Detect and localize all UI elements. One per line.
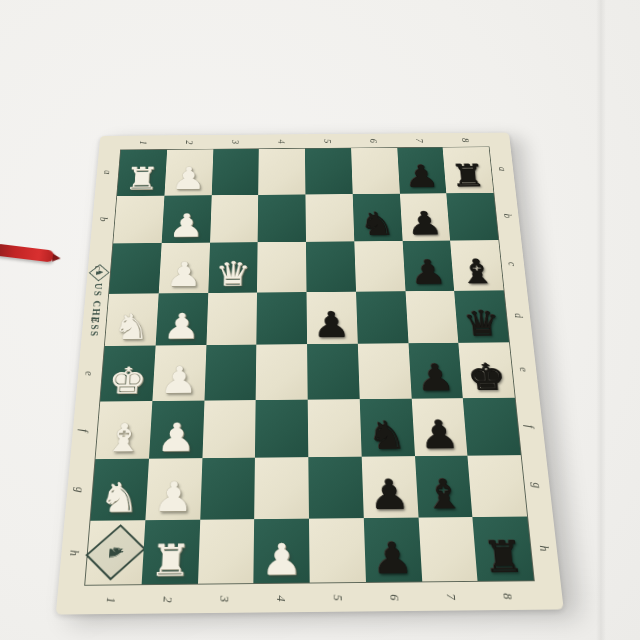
rank-label-top-2: 2 xyxy=(184,140,195,144)
white-pawn-h4: ♟ xyxy=(261,539,303,580)
board-grid: ♜♟♟♜♟♞♟♟♛♟♝♞♟♟♛♚♟♟♚♝♟♞♟♞♟♟♝♞♜♟♟♜ xyxy=(84,147,535,586)
white-knight-g1: ♞ xyxy=(98,478,141,517)
square-e6[interactable] xyxy=(358,343,412,399)
rank-label-bottom-3: 3 xyxy=(218,595,231,601)
square-a3[interactable] xyxy=(211,149,259,195)
square-f1[interactable]: ♝ xyxy=(96,401,153,460)
square-c2[interactable]: ♟ xyxy=(159,243,210,293)
rank-label-bottom-7: 7 xyxy=(445,593,458,599)
square-e7[interactable]: ♟ xyxy=(408,343,463,398)
square-a8[interactable]: ♜ xyxy=(443,147,494,193)
square-b8[interactable] xyxy=(446,193,498,241)
photo-scene: { "game": "chess", "scene_description": … xyxy=(0,0,640,640)
black-pawn-e7: ♟ xyxy=(416,361,457,396)
file-label-right-b: b xyxy=(502,213,513,217)
white-pawn-b2: ♟ xyxy=(168,210,205,241)
mat-corner xyxy=(488,133,510,147)
tablecloth-crease xyxy=(596,0,606,640)
file-label-left-g: g xyxy=(73,487,86,493)
red-pen xyxy=(0,243,55,262)
black-rook-h8: ♜ xyxy=(481,537,526,578)
square-h3[interactable] xyxy=(198,519,255,584)
square-h2[interactable]: ♜ xyxy=(141,519,199,584)
square-e5[interactable] xyxy=(307,344,359,400)
white-bishop-f1: ♝ xyxy=(103,419,145,456)
white-pawn-c2: ♟ xyxy=(165,259,203,291)
file-label-right-d: d xyxy=(513,313,525,318)
white-pawn-e2: ♟ xyxy=(159,363,199,399)
black-pawn-a7: ♟ xyxy=(404,162,441,191)
rank-labels-bottom: 12345678 xyxy=(82,581,538,614)
us-chess-knight-icon: ♞ xyxy=(88,264,109,281)
square-b4[interactable] xyxy=(258,194,306,242)
square-e1[interactable]: ♚ xyxy=(100,346,155,402)
square-g6[interactable]: ♟ xyxy=(361,456,418,518)
black-pawn-f7: ♟ xyxy=(419,416,461,453)
mat-corner xyxy=(99,136,121,150)
rank-label-bottom-1: 1 xyxy=(105,596,118,602)
square-b5[interactable] xyxy=(305,194,354,242)
square-a2[interactable]: ♟ xyxy=(164,149,213,195)
file-label-right-a: a xyxy=(497,167,508,171)
white-king-e1: ♚ xyxy=(107,363,148,399)
square-e3[interactable] xyxy=(204,345,257,401)
square-a4[interactable] xyxy=(258,149,305,195)
us-chess-square-emblem: ♞ xyxy=(85,520,145,585)
square-c6[interactable] xyxy=(354,241,405,291)
white-rook-a1: ♜ xyxy=(123,164,160,193)
rank-label-top-1: 1 xyxy=(138,140,149,144)
square-f2[interactable]: ♟ xyxy=(149,400,204,458)
square-b3[interactable] xyxy=(210,195,259,243)
square-e2[interactable]: ♟ xyxy=(152,345,206,401)
chess-board-mat: 12345678 ♞ US CHESS abcdefgh ♜♟♟♜♟♞♟♟♛♟♝… xyxy=(56,133,564,615)
square-h7[interactable] xyxy=(418,517,478,582)
white-pawn-g2: ♟ xyxy=(152,478,194,517)
file-label-left-h: h xyxy=(68,550,81,556)
file-label-left-b: b xyxy=(98,217,109,221)
red-pen-tip xyxy=(52,253,61,262)
white-queen-c3: ♛ xyxy=(214,258,251,290)
square-h8[interactable]: ♜ xyxy=(473,516,534,581)
rank-label-bottom-6: 6 xyxy=(388,594,401,600)
square-e4[interactable] xyxy=(256,344,308,400)
black-pawn-g6: ♟ xyxy=(369,476,411,515)
square-h6[interactable]: ♟ xyxy=(364,517,422,582)
square-f8[interactable] xyxy=(463,397,521,455)
black-knight-f6: ♞ xyxy=(367,417,408,454)
mat-corner xyxy=(56,586,84,615)
square-d3[interactable] xyxy=(206,292,257,345)
black-king-e8: ♚ xyxy=(467,360,508,395)
file-label-right-e: e xyxy=(518,367,530,372)
square-b1[interactable] xyxy=(113,195,164,243)
square-d2[interactable]: ♟ xyxy=(155,293,207,346)
rank-label-bottom-4: 4 xyxy=(275,595,288,601)
square-f6[interactable]: ♞ xyxy=(359,398,414,456)
white-pawn-f2: ♟ xyxy=(156,419,197,456)
rank-label-top-4: 4 xyxy=(277,139,288,143)
file-label-right-h: h xyxy=(537,545,550,551)
black-pawn-b7: ♟ xyxy=(406,208,444,239)
square-d8[interactable]: ♛ xyxy=(454,290,509,343)
square-a6[interactable] xyxy=(351,148,400,194)
square-h5[interactable] xyxy=(309,518,366,583)
square-f7[interactable]: ♟ xyxy=(411,398,467,456)
square-b6[interactable]: ♞ xyxy=(352,193,402,241)
square-g7[interactable]: ♝ xyxy=(415,456,473,517)
square-h1[interactable]: ♞ xyxy=(85,520,145,585)
file-label-left-f: f xyxy=(79,429,91,432)
square-g3[interactable] xyxy=(200,458,255,520)
us-chess-wordmark: US CHESS xyxy=(86,283,104,338)
file-label-left-a: a xyxy=(102,170,113,174)
white-pawn-d2: ♟ xyxy=(162,310,201,344)
rank-label-top-5: 5 xyxy=(323,139,334,143)
square-f4[interactable] xyxy=(255,399,308,457)
square-a1[interactable]: ♜ xyxy=(117,150,167,196)
square-c7[interactable]: ♟ xyxy=(402,241,454,291)
black-knight-b6: ♞ xyxy=(359,209,396,240)
black-pawn-d5: ♟ xyxy=(313,308,351,342)
square-f3[interactable] xyxy=(202,400,256,458)
square-g5[interactable] xyxy=(308,457,363,519)
black-pawn-h6: ♟ xyxy=(371,538,414,579)
square-c8[interactable]: ♝ xyxy=(450,240,503,290)
square-b7[interactable]: ♟ xyxy=(399,193,450,241)
file-label-left-e: e xyxy=(84,371,96,376)
rank-label-bottom-2: 2 xyxy=(161,596,174,602)
rank-label-top-6: 6 xyxy=(369,138,380,142)
square-c4[interactable] xyxy=(257,242,306,292)
square-a5[interactable] xyxy=(305,148,353,194)
square-b2[interactable]: ♟ xyxy=(161,195,211,243)
file-label-right-f: f xyxy=(524,425,536,428)
square-d5[interactable]: ♟ xyxy=(307,291,358,344)
square-h4[interactable]: ♟ xyxy=(254,518,310,583)
file-label-right-c: c xyxy=(507,262,519,266)
square-d7[interactable] xyxy=(405,290,458,343)
white-rook-h2: ♜ xyxy=(149,540,192,582)
square-g4[interactable] xyxy=(254,457,309,519)
square-e8[interactable]: ♚ xyxy=(459,342,515,397)
rank-label-bottom-8: 8 xyxy=(501,593,514,599)
rank-label-top-8: 8 xyxy=(460,138,471,142)
mat-corner xyxy=(535,581,564,610)
file-label-right-g: g xyxy=(531,483,544,489)
square-c5[interactable] xyxy=(306,241,356,291)
square-d1[interactable]: ♞ xyxy=(105,293,159,346)
square-d6[interactable] xyxy=(356,291,408,344)
square-g8[interactable] xyxy=(468,455,527,516)
square-c3[interactable]: ♛ xyxy=(208,242,258,292)
rank-label-top-3: 3 xyxy=(231,140,242,144)
rank-label-top-7: 7 xyxy=(414,138,425,142)
black-bishop-c8: ♝ xyxy=(458,256,497,288)
black-bishop-g7: ♝ xyxy=(423,475,466,514)
square-d4[interactable] xyxy=(257,292,308,345)
square-f5[interactable] xyxy=(308,399,362,457)
rank-label-bottom-5: 5 xyxy=(332,594,345,600)
square-c1[interactable] xyxy=(109,243,161,293)
square-g1[interactable]: ♞ xyxy=(91,459,149,521)
black-rook-a8: ♜ xyxy=(450,162,487,191)
white-knight-d1: ♞ xyxy=(112,310,152,344)
black-pawn-c7: ♟ xyxy=(409,257,447,289)
square-g2[interactable]: ♟ xyxy=(145,458,202,520)
black-queen-d8: ♛ xyxy=(462,307,502,341)
square-a7[interactable]: ♟ xyxy=(397,148,447,194)
white-pawn-a2: ♟ xyxy=(170,164,206,193)
